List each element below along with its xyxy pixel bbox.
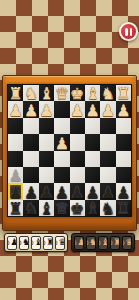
white-pawn-piece[interactable]: ♟ — [55, 136, 69, 152]
square-f8[interactable]: ♝ — [85, 200, 100, 216]
square-e4[interactable] — [70, 134, 85, 150]
chess-game-screen: ♜♞♝♛♚♝♞♜♟♟♟♟♟♟♟♟♟♟♟♟♟♟♟♟♟♜♞♝♛♚♝♞♜ 0♟0♞0♝… — [0, 0, 139, 300]
square-h5[interactable] — [116, 151, 131, 167]
white-pawn-piece[interactable]: ♟ — [24, 103, 38, 119]
captured-black-queen-counter: 0♛ — [55, 236, 66, 250]
captured-white-pawn-counter: 0♟ — [74, 236, 85, 250]
black-knight-piece[interactable]: ♞ — [101, 201, 115, 217]
square-h2[interactable]: ♟ — [116, 101, 131, 117]
square-c6[interactable] — [39, 167, 54, 183]
square-c1[interactable]: ♝ — [39, 85, 54, 101]
black-knight-icon: ♞ — [22, 238, 29, 247]
square-c8[interactable]: ♝ — [39, 200, 54, 216]
square-h8[interactable]: ♜ — [116, 200, 131, 216]
square-f7[interactable]: ♟ — [85, 183, 100, 199]
square-f4[interactable] — [85, 134, 100, 150]
white-queen-icon: ♛ — [125, 238, 132, 247]
square-f1[interactable]: ♝ — [85, 85, 100, 101]
chess-board: ♜♞♝♛♚♝♞♜♟♟♟♟♟♟♟♟♟♟♟♟♟♟♟♟♟♜♞♝♛♚♝♞♜ — [7, 84, 132, 217]
square-g5[interactable] — [100, 151, 115, 167]
black-queen-piece[interactable]: ♛ — [55, 201, 69, 217]
captured-black-bishop-counter: 0♝ — [31, 236, 42, 250]
white-bishop-icon: ♝ — [101, 238, 108, 247]
square-d2[interactable] — [54, 101, 69, 117]
black-king-piece[interactable]: ♚ — [70, 201, 84, 217]
square-g6[interactable] — [100, 167, 115, 183]
black-rook-piece[interactable]: ♜ — [9, 201, 23, 217]
white-rook-icon: ♜ — [113, 238, 120, 247]
square-d5[interactable] — [54, 151, 69, 167]
square-h7[interactable]: ♟ — [116, 183, 131, 199]
black-rook-piece[interactable]: ♜ — [116, 201, 130, 217]
square-c4[interactable] — [39, 134, 54, 150]
square-b5[interactable] — [23, 151, 38, 167]
black-bishop-piece[interactable]: ♝ — [39, 201, 53, 217]
square-a4[interactable] — [8, 134, 23, 150]
square-a8[interactable]: ♜ — [8, 200, 23, 216]
captured-white-rook-counter: 0♜ — [110, 236, 121, 250]
square-d1[interactable]: ♛ — [54, 85, 69, 101]
square-g2[interactable]: ♟ — [100, 101, 115, 117]
square-d7[interactable]: ♟ — [54, 183, 69, 199]
white-queen-piece[interactable]: ♛ — [55, 86, 69, 102]
black-pawn-icon: ♟ — [10, 238, 17, 247]
square-h6[interactable] — [116, 167, 131, 183]
square-e2[interactable]: ♟ — [70, 101, 85, 117]
white-pawn-piece[interactable]: ♟ — [116, 103, 130, 119]
pause-icon — [130, 28, 133, 36]
black-queen-icon: ♛ — [58, 238, 65, 247]
captured-black-knight-counter: 0♞ — [19, 236, 30, 250]
square-f2[interactable]: ♟ — [85, 101, 100, 117]
captured-white-pieces-tray: 0♟0♞0♝0♜0♛ — [71, 233, 135, 252]
square-b1[interactable]: ♞ — [23, 85, 38, 101]
square-d4[interactable]: ♟ — [54, 134, 69, 150]
captured-white-bishop-counter: 0♝ — [98, 236, 109, 250]
black-rook-icon: ♜ — [46, 238, 53, 247]
square-b6[interactable] — [23, 167, 38, 183]
square-d8[interactable]: ♛ — [54, 200, 69, 216]
square-b4[interactable] — [23, 134, 38, 150]
white-pawn-piece[interactable]: ♟ — [39, 103, 53, 119]
square-f3[interactable] — [85, 118, 100, 134]
white-knight-icon: ♞ — [89, 238, 96, 247]
square-a3[interactable] — [8, 118, 23, 134]
square-d3[interactable] — [54, 118, 69, 134]
square-c7[interactable]: ♟ — [39, 183, 54, 199]
square-c3[interactable] — [39, 118, 54, 134]
black-knight-piece[interactable]: ♞ — [24, 201, 38, 217]
square-d6[interactable] — [54, 167, 69, 183]
captured-white-queen-counter: 0♛ — [122, 236, 133, 250]
square-a1[interactable]: ♜ — [8, 85, 23, 101]
square-b2[interactable]: ♟ — [23, 101, 38, 117]
square-g7[interactable]: ♟ — [100, 183, 115, 199]
square-g8[interactable]: ♞ — [100, 200, 115, 216]
square-g3[interactable] — [100, 118, 115, 134]
square-f5[interactable] — [85, 151, 100, 167]
black-bishop-icon: ♝ — [34, 238, 41, 247]
square-e7[interactable]: ♟ — [70, 183, 85, 199]
square-b3[interactable] — [23, 118, 38, 134]
square-a5[interactable] — [8, 151, 23, 167]
pause-button[interactable] — [119, 22, 138, 41]
square-h1[interactable]: ♜ — [116, 85, 131, 101]
pause-icon — [125, 28, 128, 36]
square-g4[interactable] — [100, 134, 115, 150]
white-pawn-piece[interactable]: ♟ — [101, 103, 115, 119]
square-a6[interactable]: ♟ — [8, 167, 23, 183]
square-a2[interactable]: ♟ — [8, 101, 23, 117]
captured-black-rook-counter: 0♜ — [43, 236, 54, 250]
square-c5[interactable] — [39, 151, 54, 167]
square-a7[interactable]: ♟ — [8, 183, 23, 199]
square-c2[interactable]: ♟ — [39, 101, 54, 117]
captured-black-pieces-tray: 0♟0♞0♝0♜0♛ — [4, 233, 68, 252]
square-e3[interactable] — [70, 118, 85, 134]
square-g1[interactable]: ♞ — [100, 85, 115, 101]
black-bishop-piece[interactable]: ♝ — [85, 201, 99, 217]
black-pawn-piece[interactable]: ♟ — [9, 185, 23, 201]
square-e1[interactable]: ♚ — [70, 85, 85, 101]
white-pawn-piece[interactable]: ♟ — [85, 103, 99, 119]
chess-board-frame: ♜♞♝♛♚♝♞♜♟♟♟♟♟♟♟♟♟♟♟♟♟♟♟♟♟♜♞♝♛♚♝♞♜ — [2, 75, 137, 231]
captured-black-pawn-counter: 0♟ — [7, 236, 18, 250]
square-b7[interactable]: ♟ — [23, 183, 38, 199]
square-h3[interactable] — [116, 118, 131, 134]
square-b8[interactable]: ♞ — [23, 200, 38, 216]
square-e5[interactable] — [70, 151, 85, 167]
captured-white-knight-counter: 0♞ — [86, 236, 97, 250]
square-h4[interactable] — [116, 134, 131, 150]
white-pawn-icon: ♟ — [77, 238, 84, 247]
white-pawn-piece[interactable]: ♟ — [70, 103, 84, 119]
square-e8[interactable]: ♚ — [70, 200, 85, 216]
square-f6[interactable] — [85, 167, 100, 183]
square-e6[interactable] — [70, 167, 85, 183]
white-pawn-piece[interactable]: ♟ — [9, 103, 23, 119]
